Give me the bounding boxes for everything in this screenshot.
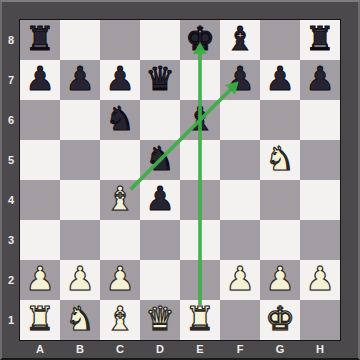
file-label-B: B — [60, 340, 100, 360]
file-label-C: C — [100, 340, 140, 360]
square-b8[interactable] — [60, 20, 100, 60]
black-bishop[interactable]: ♝ — [225, 19, 255, 59]
file-label-D: D — [140, 340, 180, 360]
square-h1[interactable] — [300, 300, 340, 340]
square-g5[interactable]: ♞ — [260, 140, 300, 180]
square-g2[interactable]: ♟ — [260, 260, 300, 300]
rank-label-7: 7 — [2, 60, 20, 100]
white-pawn[interactable]: ♟ — [265, 259, 295, 299]
square-h6[interactable] — [300, 100, 340, 140]
rank-label-1: 1 — [2, 300, 20, 340]
square-f1[interactable] — [220, 300, 260, 340]
square-f8[interactable]: ♝ — [220, 20, 260, 60]
square-d5[interactable]: ♞ — [140, 140, 180, 180]
square-h4[interactable] — [300, 180, 340, 220]
square-e3[interactable] — [180, 220, 220, 260]
black-pawn[interactable]: ♟ — [105, 59, 135, 99]
black-pawn[interactable]: ♟ — [305, 59, 335, 99]
square-e2[interactable] — [180, 260, 220, 300]
square-e6[interactable]: ♝ — [180, 100, 220, 140]
square-a4[interactable] — [20, 180, 60, 220]
black-pawn[interactable]: ♟ — [145, 179, 175, 219]
square-e7[interactable] — [180, 60, 220, 100]
white-pawn[interactable]: ♟ — [225, 259, 255, 299]
black-pawn[interactable]: ♟ — [265, 59, 295, 99]
square-e5[interactable] — [180, 140, 220, 180]
white-rook[interactable]: ♜ — [25, 299, 55, 339]
square-d1[interactable]: ♛ — [140, 300, 180, 340]
white-queen[interactable]: ♛ — [145, 299, 175, 339]
black-pawn[interactable]: ♟ — [225, 59, 255, 99]
square-c1[interactable]: ♝ — [100, 300, 140, 340]
square-c6[interactable]: ♞ — [100, 100, 140, 140]
square-f5[interactable] — [220, 140, 260, 180]
black-pawn[interactable]: ♟ — [25, 59, 55, 99]
square-h8[interactable]: ♜ — [300, 20, 340, 60]
square-c7[interactable]: ♟ — [100, 60, 140, 100]
square-g6[interactable] — [260, 100, 300, 140]
white-pawn[interactable]: ♟ — [25, 259, 55, 299]
square-a7[interactable]: ♟ — [20, 60, 60, 100]
white-pawn[interactable]: ♟ — [105, 259, 135, 299]
file-label-F: F — [220, 340, 260, 360]
black-bishop[interactable]: ♝ — [185, 99, 215, 139]
square-c4[interactable]: ♝ — [100, 180, 140, 220]
square-b1[interactable]: ♞ — [60, 300, 100, 340]
square-g3[interactable] — [260, 220, 300, 260]
square-a3[interactable] — [20, 220, 60, 260]
white-rook[interactable]: ♜ — [185, 299, 215, 339]
square-e1[interactable]: ♜ — [180, 300, 220, 340]
square-f4[interactable] — [220, 180, 260, 220]
square-c5[interactable] — [100, 140, 140, 180]
white-pawn[interactable]: ♟ — [65, 259, 95, 299]
square-a2[interactable]: ♟ — [20, 260, 60, 300]
square-d6[interactable] — [140, 100, 180, 140]
chess-board: ♜♚♝♜♟♟♟♛♟♟♟♞♝♞♞♝♟♟♟♟♟♟♟♜♞♝♛♜♚ — [20, 20, 340, 340]
black-knight[interactable]: ♞ — [145, 139, 175, 179]
square-c8[interactable] — [100, 20, 140, 60]
square-g1[interactable]: ♚ — [260, 300, 300, 340]
rank-label-3: 3 — [2, 220, 20, 260]
square-c3[interactable] — [100, 220, 140, 260]
white-pawn[interactable]: ♟ — [305, 259, 335, 299]
square-d3[interactable] — [140, 220, 180, 260]
square-b7[interactable]: ♟ — [60, 60, 100, 100]
file-label-E: E — [180, 340, 220, 360]
rank-label-2: 2 — [2, 260, 20, 300]
square-d7[interactable]: ♛ — [140, 60, 180, 100]
square-e8[interactable]: ♚ — [180, 20, 220, 60]
square-f3[interactable] — [220, 220, 260, 260]
black-knight[interactable]: ♞ — [105, 99, 135, 139]
white-bishop[interactable]: ♝ — [105, 299, 135, 339]
rank-label-5: 5 — [2, 140, 20, 180]
rank-label-6: 6 — [2, 100, 20, 140]
square-b5[interactable] — [60, 140, 100, 180]
square-a8[interactable]: ♜ — [20, 20, 60, 60]
square-h7[interactable]: ♟ — [300, 60, 340, 100]
square-g4[interactable] — [260, 180, 300, 220]
square-f7[interactable]: ♟ — [220, 60, 260, 100]
square-a5[interactable] — [20, 140, 60, 180]
rank-label-4: 4 — [2, 180, 20, 220]
white-bishop[interactable]: ♝ — [105, 179, 135, 219]
square-f2[interactable]: ♟ — [220, 260, 260, 300]
square-d2[interactable] — [140, 260, 180, 300]
black-rook[interactable]: ♜ — [25, 19, 55, 59]
square-a6[interactable] — [20, 100, 60, 140]
square-h5[interactable] — [300, 140, 340, 180]
black-pawn[interactable]: ♟ — [65, 59, 95, 99]
white-king[interactable]: ♚ — [265, 299, 295, 339]
file-label-G: G — [260, 340, 300, 360]
file-label-H: H — [300, 340, 340, 360]
square-b6[interactable] — [60, 100, 100, 140]
square-b2[interactable]: ♟ — [60, 260, 100, 300]
square-f6[interactable] — [220, 100, 260, 140]
square-b4[interactable] — [60, 180, 100, 220]
white-knight[interactable]: ♞ — [65, 299, 95, 339]
black-rook[interactable]: ♜ — [305, 19, 335, 59]
square-b3[interactable] — [60, 220, 100, 260]
file-label-A: A — [20, 340, 60, 360]
square-d8[interactable] — [140, 20, 180, 60]
chess-board-window: ♜♚♝♜♟♟♟♛♟♟♟♞♝♞♞♝♟♟♟♟♟♟♟♜♞♝♛♜♚ 87654321 A… — [0, 0, 360, 360]
square-h2[interactable]: ♟ — [300, 260, 340, 300]
white-knight[interactable]: ♞ — [265, 139, 295, 179]
rank-label-8: 8 — [2, 20, 20, 60]
square-h3[interactable] — [300, 220, 340, 260]
square-g7[interactable]: ♟ — [260, 60, 300, 100]
black-queen[interactable]: ♛ — [145, 59, 175, 99]
square-c2[interactable]: ♟ — [100, 260, 140, 300]
square-e4[interactable] — [180, 180, 220, 220]
square-g8[interactable] — [260, 20, 300, 60]
square-d4[interactable]: ♟ — [140, 180, 180, 220]
black-king[interactable]: ♚ — [185, 19, 215, 59]
square-a1[interactable]: ♜ — [20, 300, 60, 340]
